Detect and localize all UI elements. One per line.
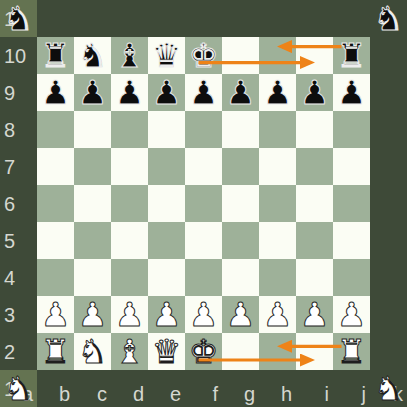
- square-d1: d: [111, 370, 148, 407]
- piece-white-pawn[interactable]: ♟: [37, 296, 74, 333]
- square-j6[interactable]: [333, 185, 370, 222]
- square-c8[interactable]: [74, 111, 111, 148]
- square-e1: e: [148, 370, 185, 407]
- square-e10[interactable]: ♛: [148, 37, 185, 74]
- square-c2[interactable]: ♞: [74, 333, 111, 370]
- square-h8[interactable]: [259, 111, 296, 148]
- rank-label-10: 10: [4, 46, 26, 66]
- square-e9[interactable]: ♟: [148, 74, 185, 111]
- piece-black-knight[interactable]: ♞: [370, 0, 407, 37]
- square-j4[interactable]: [333, 259, 370, 296]
- square-k11[interactable]: ♞: [370, 0, 407, 37]
- square-k4: [370, 259, 407, 296]
- piece-black-pawn[interactable]: ♟: [148, 74, 185, 111]
- file-label-c: c: [97, 384, 107, 404]
- square-h2[interactable]: [259, 333, 296, 370]
- chess-board: 11♞♞10♜♞♝♛♚♜9♟♟♟♟♟♟♟♟♟876543♟♟♟♟♟♟♟♟♟2♜♞…: [0, 0, 407, 407]
- square-e11: [148, 0, 185, 37]
- piece-black-pawn[interactable]: ♟: [111, 74, 148, 111]
- square-h7[interactable]: [259, 148, 296, 185]
- piece-black-king[interactable]: ♚: [185, 37, 222, 74]
- square-f6[interactable]: [185, 185, 222, 222]
- square-f4[interactable]: [185, 259, 222, 296]
- rank-label-4: 4: [4, 268, 15, 288]
- square-a5: 5: [0, 222, 37, 259]
- square-f5[interactable]: [185, 222, 222, 259]
- piece-black-rook[interactable]: ♜: [333, 37, 370, 74]
- piece-white-pawn[interactable]: ♟: [185, 296, 222, 333]
- square-a1[interactable]: 1a♞: [0, 370, 37, 407]
- square-g5[interactable]: [222, 222, 259, 259]
- square-h9[interactable]: ♟: [259, 74, 296, 111]
- piece-white-rook[interactable]: ♜: [333, 333, 370, 370]
- square-a7: 7: [0, 148, 37, 185]
- file-label-j: j: [362, 384, 366, 404]
- square-j10[interactable]: ♜: [333, 37, 370, 74]
- square-c3[interactable]: ♟: [74, 296, 111, 333]
- piece-white-king[interactable]: ♚: [185, 333, 222, 370]
- square-d11: [111, 0, 148, 37]
- square-b8[interactable]: [37, 111, 74, 148]
- square-e4[interactable]: [148, 259, 185, 296]
- square-i11: [296, 0, 333, 37]
- square-g4[interactable]: [222, 259, 259, 296]
- square-h10[interactable]: [259, 37, 296, 74]
- square-c5[interactable]: [74, 222, 111, 259]
- square-c10[interactable]: ♞: [74, 37, 111, 74]
- square-j8[interactable]: [333, 111, 370, 148]
- square-j11: [333, 0, 370, 37]
- piece-black-knight[interactable]: ♞: [74, 37, 111, 74]
- square-g1: g: [222, 370, 259, 407]
- piece-white-pawn[interactable]: ♟: [296, 296, 333, 333]
- square-i5[interactable]: [296, 222, 333, 259]
- file-label-g: g: [244, 384, 255, 404]
- piece-white-pawn[interactable]: ♟: [333, 296, 370, 333]
- piece-white-bishop[interactable]: ♝: [111, 333, 148, 370]
- square-f11: [185, 0, 222, 37]
- square-e2[interactable]: ♛: [148, 333, 185, 370]
- square-b4[interactable]: [37, 259, 74, 296]
- piece-black-queen[interactable]: ♛: [148, 37, 185, 74]
- piece-white-pawn[interactable]: ♟: [148, 296, 185, 333]
- square-i7[interactable]: [296, 148, 333, 185]
- rank-label-3: 3: [4, 305, 15, 325]
- square-k6: [370, 185, 407, 222]
- square-f2[interactable]: ♚: [185, 333, 222, 370]
- square-f10[interactable]: ♚: [185, 37, 222, 74]
- piece-white-pawn[interactable]: ♟: [74, 296, 111, 333]
- square-i2[interactable]: [296, 333, 333, 370]
- file-label-e: e: [170, 384, 181, 404]
- square-a4: 4: [0, 259, 37, 296]
- square-a3: 3: [0, 296, 37, 333]
- square-b6[interactable]: [37, 185, 74, 222]
- file-label-i: i: [325, 384, 329, 404]
- square-k8: [370, 111, 407, 148]
- square-h4[interactable]: [259, 259, 296, 296]
- square-c11: [74, 0, 111, 37]
- piece-white-pawn[interactable]: ♟: [259, 296, 296, 333]
- square-h11: [259, 0, 296, 37]
- square-d10[interactable]: ♝: [111, 37, 148, 74]
- square-k2: [370, 333, 407, 370]
- square-e3[interactable]: ♟: [148, 296, 185, 333]
- piece-black-pawn[interactable]: ♟: [259, 74, 296, 111]
- square-k1[interactable]: k♞: [370, 370, 407, 407]
- piece-white-pawn[interactable]: ♟: [111, 296, 148, 333]
- piece-white-queen[interactable]: ♛: [148, 333, 185, 370]
- square-a9: 9: [0, 74, 37, 111]
- square-d4[interactable]: [111, 259, 148, 296]
- square-i4[interactable]: [296, 259, 333, 296]
- square-k9: [370, 74, 407, 111]
- square-a2: 2: [0, 333, 37, 370]
- piece-white-knight[interactable]: ♞: [0, 370, 37, 407]
- square-i1: i: [296, 370, 333, 407]
- square-i3[interactable]: ♟: [296, 296, 333, 333]
- file-label-f: f: [212, 384, 218, 404]
- square-b5[interactable]: [37, 222, 74, 259]
- square-d6[interactable]: [111, 185, 148, 222]
- piece-white-knight[interactable]: ♞: [370, 370, 407, 407]
- square-f3[interactable]: ♟: [185, 296, 222, 333]
- square-c4[interactable]: [74, 259, 111, 296]
- square-i6[interactable]: [296, 185, 333, 222]
- piece-black-pawn[interactable]: ♟: [185, 74, 222, 111]
- piece-black-pawn[interactable]: ♟: [222, 74, 259, 111]
- square-f8[interactable]: [185, 111, 222, 148]
- square-j7[interactable]: [333, 148, 370, 185]
- square-j9[interactable]: ♟: [333, 74, 370, 111]
- square-c1: c: [74, 370, 111, 407]
- square-b1: b: [37, 370, 74, 407]
- piece-white-knight[interactable]: ♞: [74, 333, 111, 370]
- square-e8[interactable]: [148, 111, 185, 148]
- square-k5: [370, 222, 407, 259]
- square-i8[interactable]: [296, 111, 333, 148]
- square-g10[interactable]: [222, 37, 259, 74]
- rank-label-2: 2: [4, 342, 15, 362]
- square-e6[interactable]: [148, 185, 185, 222]
- piece-black-pawn[interactable]: ♟: [74, 74, 111, 111]
- square-b2[interactable]: ♜: [37, 333, 74, 370]
- square-d8[interactable]: [111, 111, 148, 148]
- square-g11: [222, 0, 259, 37]
- piece-black-pawn[interactable]: ♟: [296, 74, 333, 111]
- square-i10[interactable]: [296, 37, 333, 74]
- square-b3[interactable]: ♟: [37, 296, 74, 333]
- square-h5[interactable]: [259, 222, 296, 259]
- square-b7[interactable]: [37, 148, 74, 185]
- square-f1: f: [185, 370, 222, 407]
- square-a10: 10: [0, 37, 37, 74]
- square-j1: j: [333, 370, 370, 407]
- rank-label-9: 9: [4, 83, 15, 103]
- square-b10[interactable]: ♜: [37, 37, 74, 74]
- piece-white-rook[interactable]: ♜: [37, 333, 74, 370]
- square-b9[interactable]: ♟: [37, 74, 74, 111]
- square-c7[interactable]: [74, 148, 111, 185]
- square-d3[interactable]: ♟: [111, 296, 148, 333]
- square-d2[interactable]: ♝: [111, 333, 148, 370]
- square-i9[interactable]: ♟: [296, 74, 333, 111]
- square-j5[interactable]: [333, 222, 370, 259]
- square-h6[interactable]: [259, 185, 296, 222]
- piece-black-pawn[interactable]: ♟: [37, 74, 74, 111]
- rank-label-7: 7: [4, 157, 15, 177]
- square-c6[interactable]: [74, 185, 111, 222]
- piece-black-bishop[interactable]: ♝: [111, 37, 148, 74]
- square-d9[interactable]: ♟: [111, 74, 148, 111]
- square-g2[interactable]: [222, 333, 259, 370]
- square-f9[interactable]: ♟: [185, 74, 222, 111]
- square-d5[interactable]: [111, 222, 148, 259]
- square-e7[interactable]: [148, 148, 185, 185]
- rank-label-5: 5: [4, 231, 15, 251]
- square-d7[interactable]: [111, 148, 148, 185]
- square-b11: [37, 0, 74, 37]
- piece-black-pawn[interactable]: ♟: [333, 74, 370, 111]
- rank-label-8: 8: [4, 120, 15, 140]
- square-c9[interactable]: ♟: [74, 74, 111, 111]
- square-k10: [370, 37, 407, 74]
- square-g6[interactable]: [222, 185, 259, 222]
- square-g9[interactable]: ♟: [222, 74, 259, 111]
- piece-white-pawn[interactable]: ♟: [222, 296, 259, 333]
- square-e5[interactable]: [148, 222, 185, 259]
- square-f7[interactable]: [185, 148, 222, 185]
- square-a8: 8: [0, 111, 37, 148]
- square-g8[interactable]: [222, 111, 259, 148]
- square-k7: [370, 148, 407, 185]
- square-a6: 6: [0, 185, 37, 222]
- square-j3[interactable]: ♟: [333, 296, 370, 333]
- square-g3[interactable]: ♟: [222, 296, 259, 333]
- square-j2[interactable]: ♜: [333, 333, 370, 370]
- rank-label-6: 6: [4, 194, 15, 214]
- piece-black-rook[interactable]: ♜: [37, 37, 74, 74]
- square-h1: h: [259, 370, 296, 407]
- file-label-h: h: [281, 384, 292, 404]
- square-a11[interactable]: 11♞: [0, 0, 37, 37]
- file-label-d: d: [133, 384, 144, 404]
- square-k3: [370, 296, 407, 333]
- piece-black-knight[interactable]: ♞: [0, 0, 37, 37]
- square-g7[interactable]: [222, 148, 259, 185]
- file-label-b: b: [59, 384, 70, 404]
- square-h3[interactable]: ♟: [259, 296, 296, 333]
